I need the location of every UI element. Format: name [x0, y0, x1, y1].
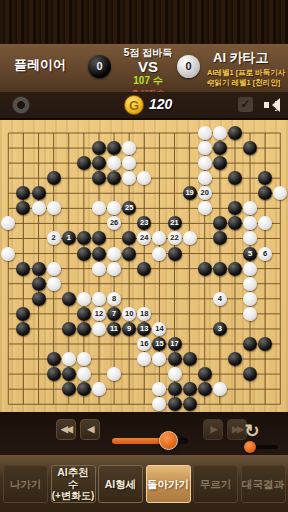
white-stone	[77, 367, 91, 381]
white-stone-move-8: 8	[107, 292, 121, 306]
white-stone	[92, 322, 106, 336]
bottom-button-bar: 나가기AI추천 수(+변화도)AI형세돌아가기무르기대국결과	[0, 455, 288, 512]
black-stone	[243, 141, 257, 155]
speaker-icon[interactable]	[263, 96, 281, 114]
white-stone	[77, 352, 91, 366]
ai-suggested-moves-button[interactable]: AI추천 수(+변화도)	[51, 465, 96, 503]
black-stone-move-19: 19	[183, 186, 197, 200]
white-stone	[92, 262, 106, 276]
black-stone	[198, 262, 212, 276]
player-header: 플레이어 0 5점 접바둑 VS 107 수 흑 17집 승 0 AI 카타고 …	[0, 44, 288, 93]
white-stone-move-4: 4	[213, 292, 227, 306]
white-stone-move-12: 12	[92, 307, 106, 321]
mini-slider[interactable]	[250, 445, 278, 449]
black-stone	[47, 367, 61, 381]
player-name: 플레이어	[14, 56, 66, 74]
black-stone	[183, 352, 197, 366]
white-stone-move-26: 26	[107, 216, 121, 230]
white-stone	[77, 292, 91, 306]
white-stone-move-20: 20	[198, 186, 212, 200]
black-stone	[16, 262, 30, 276]
black-stone	[77, 156, 91, 170]
white-stone	[213, 382, 227, 396]
white-stone	[62, 352, 76, 366]
black-stone	[168, 382, 182, 396]
toolbar: G 120 ✓	[0, 92, 288, 118]
move-slider-knob[interactable]	[159, 431, 178, 450]
mini-slider-knob[interactable]	[244, 441, 256, 453]
white-stone	[32, 201, 46, 215]
white-stone-move-16: 16	[137, 337, 151, 351]
white-stone	[243, 262, 257, 276]
black-stone	[213, 156, 227, 170]
black-stone	[32, 186, 46, 200]
black-stone	[77, 307, 91, 321]
go-app: 플레이어 0 5점 접바둑 VS 107 수 흑 17집 승 0 AI 카타고 …	[0, 0, 288, 512]
black-stone	[92, 247, 106, 261]
white-stone-move-18: 18	[137, 307, 151, 321]
white-stone	[47, 262, 61, 276]
black-stone-move-7: 7	[107, 307, 121, 321]
black-stone-move-9: 9	[122, 322, 136, 336]
black-stone	[62, 367, 76, 381]
black-stone-move-11: 11	[107, 322, 121, 336]
black-stone	[77, 247, 91, 261]
move-count: 107 수	[108, 74, 188, 88]
white-stone	[1, 247, 15, 261]
white-stone-move-2: 2	[47, 231, 61, 245]
white-stone	[92, 292, 106, 306]
black-stone	[122, 247, 136, 261]
black-stone	[32, 292, 46, 306]
move-slider[interactable]	[112, 438, 188, 444]
ai-name: AI 카타고	[213, 49, 269, 67]
black-stone	[168, 352, 182, 366]
white-stone	[47, 201, 61, 215]
black-stone	[77, 382, 91, 396]
white-stone	[198, 141, 212, 155]
white-stone	[198, 201, 212, 215]
black-stone-move-21: 21	[168, 216, 182, 230]
black-stone-move-1: 1	[62, 231, 76, 245]
undo-button[interactable]: 무르기	[193, 465, 238, 503]
white-stone	[168, 367, 182, 381]
step-back-button[interactable]: ◀	[80, 419, 100, 440]
exit-button[interactable]: 나가기	[3, 465, 48, 503]
black-stone	[92, 156, 106, 170]
black-stone	[228, 262, 242, 276]
black-stone	[228, 126, 242, 140]
step-forward-button[interactable]: ▶	[203, 419, 223, 440]
black-stone-move-25: 25	[122, 201, 136, 215]
white-stone	[107, 247, 121, 261]
white-stone	[243, 307, 257, 321]
white-captures-stone: 0	[177, 55, 200, 78]
white-stone	[243, 277, 257, 291]
black-stone	[183, 382, 197, 396]
black-stone-move-3: 3	[213, 322, 227, 336]
vs-label: VS	[108, 60, 188, 73]
black-stone	[137, 262, 151, 276]
black-stone-move-13: 13	[137, 322, 151, 336]
coin-amount: 120	[149, 96, 172, 112]
checkbox-icon[interactable]: ✓	[238, 97, 253, 112]
white-stone-move-24: 24	[137, 231, 151, 245]
white-stone	[107, 262, 121, 276]
black-stone	[213, 141, 227, 155]
go-back-button[interactable]: 돌아가기	[146, 465, 191, 503]
white-stone	[47, 277, 61, 291]
rewind-start-button[interactable]: ◀◀	[56, 419, 76, 440]
black-stone-move-5: 5	[243, 247, 257, 261]
black-stone	[228, 352, 242, 366]
black-stone	[92, 141, 106, 155]
white-stone-move-14: 14	[152, 322, 166, 336]
black-stone	[47, 352, 61, 366]
refresh-icon[interactable]: ↻	[241, 420, 263, 442]
black-stone	[213, 262, 227, 276]
ai-territory-button[interactable]: AI형세	[98, 465, 143, 503]
wood-background	[0, 0, 288, 44]
go-board[interactable]: 1920252623212124225684127101811913143161…	[0, 118, 288, 412]
ai-reading-label: 수읽기 레벨1 [천리안]	[207, 78, 280, 88]
move-navigation: ◀◀ ◀ ▶ ▶▶ ↻	[0, 412, 288, 455]
white-stone	[243, 292, 257, 306]
match-info: 5점 접바둑 VS 107 수 흑 17집 승	[108, 46, 188, 98]
black-stone	[183, 397, 197, 411]
black-stone	[198, 367, 212, 381]
white-stone	[198, 126, 212, 140]
black-stone	[32, 277, 46, 291]
black-stone	[168, 247, 182, 261]
white-stone	[213, 126, 227, 140]
game-result-button[interactable]: 대국결과	[241, 465, 286, 503]
black-stone-move-23: 23	[137, 216, 151, 230]
black-stone-move-15: 15	[152, 337, 166, 351]
white-stone	[198, 171, 212, 185]
black-stone-move-17: 17	[168, 337, 182, 351]
black-stone	[62, 292, 76, 306]
black-stone	[32, 262, 46, 276]
white-stone-move-22: 22	[168, 231, 182, 245]
black-stone	[198, 382, 212, 396]
black-stone	[62, 382, 76, 396]
black-stone	[243, 337, 257, 351]
white-stone	[152, 247, 166, 261]
black-stone	[62, 322, 76, 336]
white-stone-move-6: 6	[258, 247, 272, 261]
black-stone	[47, 171, 61, 185]
black-stone	[77, 322, 91, 336]
eye-icon[interactable]	[12, 96, 30, 114]
white-stone-move-10: 10	[122, 307, 136, 321]
black-stone	[168, 397, 182, 411]
white-stone	[198, 156, 212, 170]
coin-icon: G	[124, 95, 144, 115]
